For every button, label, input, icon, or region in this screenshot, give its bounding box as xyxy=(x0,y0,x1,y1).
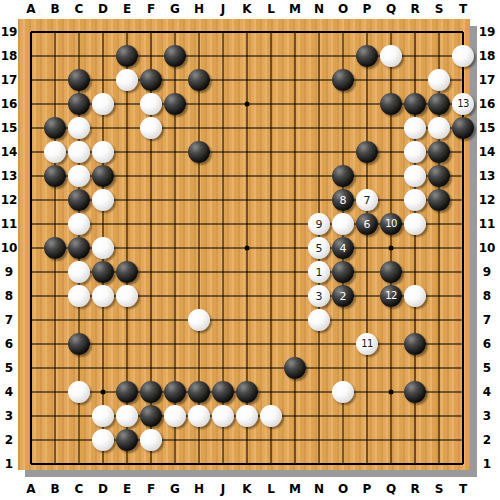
intersection-S3[interactable] xyxy=(427,404,451,428)
intersection-D13[interactable] xyxy=(91,164,115,188)
intersection-G15[interactable] xyxy=(163,116,187,140)
intersection-F12[interactable] xyxy=(139,188,163,212)
intersection-J15[interactable] xyxy=(211,116,235,140)
intersection-R14[interactable] xyxy=(403,140,427,164)
intersection-Q12[interactable] xyxy=(379,188,403,212)
intersection-N19[interactable] xyxy=(307,20,331,44)
intersection-C16[interactable] xyxy=(67,92,91,116)
intersection-Q2[interactable] xyxy=(379,428,403,452)
intersection-J13[interactable] xyxy=(211,164,235,188)
intersection-E18[interactable] xyxy=(115,44,139,68)
intersection-E4[interactable] xyxy=(115,380,139,404)
intersection-G12[interactable] xyxy=(163,188,187,212)
intersection-O7[interactable] xyxy=(331,308,355,332)
intersection-P10[interactable] xyxy=(355,236,379,260)
intersection-K2[interactable] xyxy=(235,428,259,452)
intersection-A4[interactable] xyxy=(19,380,43,404)
intersection-C18[interactable] xyxy=(67,44,91,68)
intersection-H8[interactable] xyxy=(187,284,211,308)
intersection-L6[interactable] xyxy=(259,332,283,356)
intersection-D18[interactable] xyxy=(91,44,115,68)
intersection-M2[interactable] xyxy=(283,428,307,452)
intersection-R18[interactable] xyxy=(403,44,427,68)
intersection-B18[interactable] xyxy=(43,44,67,68)
intersection-T8[interactable] xyxy=(451,284,475,308)
intersection-N13[interactable] xyxy=(307,164,331,188)
intersection-A14[interactable] xyxy=(19,140,43,164)
intersection-C5[interactable] xyxy=(67,356,91,380)
intersection-J18[interactable] xyxy=(211,44,235,68)
intersection-G9[interactable] xyxy=(163,260,187,284)
intersection-T3[interactable] xyxy=(451,404,475,428)
intersection-G8[interactable] xyxy=(163,284,187,308)
intersection-L16[interactable] xyxy=(259,92,283,116)
intersection-F9[interactable] xyxy=(139,260,163,284)
intersection-C2[interactable] xyxy=(67,428,91,452)
intersection-J2[interactable] xyxy=(211,428,235,452)
intersection-H9[interactable] xyxy=(187,260,211,284)
intersection-Q18[interactable] xyxy=(379,44,403,68)
intersection-H11[interactable] xyxy=(187,212,211,236)
intersection-A16[interactable] xyxy=(19,92,43,116)
intersection-K3[interactable] xyxy=(235,404,259,428)
intersection-O5[interactable] xyxy=(331,356,355,380)
intersection-M19[interactable] xyxy=(283,20,307,44)
intersection-R16[interactable] xyxy=(403,92,427,116)
intersection-F5[interactable] xyxy=(139,356,163,380)
intersection-K15[interactable] xyxy=(235,116,259,140)
intersection-Q3[interactable] xyxy=(379,404,403,428)
intersection-Q13[interactable] xyxy=(379,164,403,188)
intersection-B2[interactable] xyxy=(43,428,67,452)
intersection-E16[interactable] xyxy=(115,92,139,116)
intersection-T4[interactable] xyxy=(451,380,475,404)
intersection-B12[interactable] xyxy=(43,188,67,212)
intersection-B14[interactable] xyxy=(43,140,67,164)
intersection-B7[interactable] xyxy=(43,308,67,332)
intersection-Q5[interactable] xyxy=(379,356,403,380)
intersection-H7[interactable] xyxy=(187,308,211,332)
intersection-D3[interactable] xyxy=(91,404,115,428)
intersection-A9[interactable] xyxy=(19,260,43,284)
intersection-H17[interactable] xyxy=(187,68,211,92)
intersection-H13[interactable] xyxy=(187,164,211,188)
intersection-Q11[interactable]: 10 xyxy=(379,212,403,236)
intersection-O8[interactable]: 2 xyxy=(331,284,355,308)
intersection-S15[interactable] xyxy=(427,116,451,140)
intersection-D12[interactable] xyxy=(91,188,115,212)
intersection-N14[interactable] xyxy=(307,140,331,164)
intersection-P17[interactable] xyxy=(355,68,379,92)
intersection-S6[interactable] xyxy=(427,332,451,356)
intersection-N1[interactable] xyxy=(307,452,331,476)
intersection-N8[interactable]: 3 xyxy=(307,284,331,308)
intersection-F13[interactable] xyxy=(139,164,163,188)
intersection-C15[interactable] xyxy=(67,116,91,140)
intersection-R1[interactable] xyxy=(403,452,427,476)
intersection-C1[interactable] xyxy=(67,452,91,476)
intersection-F11[interactable] xyxy=(139,212,163,236)
intersection-Q15[interactable] xyxy=(379,116,403,140)
intersection-H15[interactable] xyxy=(187,116,211,140)
intersection-T7[interactable] xyxy=(451,308,475,332)
intersection-R2[interactable] xyxy=(403,428,427,452)
intersection-A8[interactable] xyxy=(19,284,43,308)
intersection-O1[interactable] xyxy=(331,452,355,476)
intersection-J12[interactable] xyxy=(211,188,235,212)
intersection-N5[interactable] xyxy=(307,356,331,380)
intersection-D16[interactable] xyxy=(91,92,115,116)
intersection-R19[interactable] xyxy=(403,20,427,44)
intersection-C3[interactable] xyxy=(67,404,91,428)
intersection-K12[interactable] xyxy=(235,188,259,212)
intersection-L2[interactable] xyxy=(259,428,283,452)
intersection-S12[interactable] xyxy=(427,188,451,212)
intersection-J9[interactable] xyxy=(211,260,235,284)
intersection-E7[interactable] xyxy=(115,308,139,332)
intersection-S8[interactable] xyxy=(427,284,451,308)
intersection-C19[interactable] xyxy=(67,20,91,44)
intersection-G13[interactable] xyxy=(163,164,187,188)
intersection-K11[interactable] xyxy=(235,212,259,236)
intersection-N3[interactable] xyxy=(307,404,331,428)
intersection-P7[interactable] xyxy=(355,308,379,332)
intersection-E19[interactable] xyxy=(115,20,139,44)
intersection-C17[interactable] xyxy=(67,68,91,92)
intersection-O3[interactable] xyxy=(331,404,355,428)
intersection-J6[interactable] xyxy=(211,332,235,356)
intersection-F2[interactable] xyxy=(139,428,163,452)
intersection-F3[interactable] xyxy=(139,404,163,428)
intersection-E9[interactable] xyxy=(115,260,139,284)
intersection-Q10[interactable] xyxy=(379,236,403,260)
intersection-T12[interactable] xyxy=(451,188,475,212)
intersection-A10[interactable] xyxy=(19,236,43,260)
intersection-A12[interactable] xyxy=(19,188,43,212)
intersection-P12[interactable]: 7 xyxy=(355,188,379,212)
intersection-N7[interactable] xyxy=(307,308,331,332)
intersection-E13[interactable] xyxy=(115,164,139,188)
intersection-A5[interactable] xyxy=(19,356,43,380)
intersection-E6[interactable] xyxy=(115,332,139,356)
intersection-E10[interactable] xyxy=(115,236,139,260)
intersection-P15[interactable] xyxy=(355,116,379,140)
intersection-H6[interactable] xyxy=(187,332,211,356)
intersection-A17[interactable] xyxy=(19,68,43,92)
intersection-B8[interactable] xyxy=(43,284,67,308)
intersection-F18[interactable] xyxy=(139,44,163,68)
intersection-J16[interactable] xyxy=(211,92,235,116)
intersection-N4[interactable] xyxy=(307,380,331,404)
intersection-P11[interactable]: 6 xyxy=(355,212,379,236)
intersection-F16[interactable] xyxy=(139,92,163,116)
intersection-O4[interactable] xyxy=(331,380,355,404)
intersection-E15[interactable] xyxy=(115,116,139,140)
intersection-K19[interactable] xyxy=(235,20,259,44)
intersection-M18[interactable] xyxy=(283,44,307,68)
intersection-M15[interactable] xyxy=(283,116,307,140)
intersection-E5[interactable] xyxy=(115,356,139,380)
intersection-L5[interactable] xyxy=(259,356,283,380)
intersection-G3[interactable] xyxy=(163,404,187,428)
intersection-C13[interactable] xyxy=(67,164,91,188)
intersection-S7[interactable] xyxy=(427,308,451,332)
intersection-S16[interactable] xyxy=(427,92,451,116)
intersection-N17[interactable] xyxy=(307,68,331,92)
intersection-L4[interactable] xyxy=(259,380,283,404)
intersection-T13[interactable] xyxy=(451,164,475,188)
intersection-M11[interactable] xyxy=(283,212,307,236)
intersection-L7[interactable] xyxy=(259,308,283,332)
intersection-M16[interactable] xyxy=(283,92,307,116)
intersection-H1[interactable] xyxy=(187,452,211,476)
intersection-P3[interactable] xyxy=(355,404,379,428)
intersection-Q14[interactable] xyxy=(379,140,403,164)
intersection-E8[interactable] xyxy=(115,284,139,308)
intersection-B19[interactable] xyxy=(43,20,67,44)
intersection-F14[interactable] xyxy=(139,140,163,164)
intersection-R11[interactable] xyxy=(403,212,427,236)
intersection-O17[interactable] xyxy=(331,68,355,92)
intersection-H14[interactable] xyxy=(187,140,211,164)
intersection-E11[interactable] xyxy=(115,212,139,236)
intersection-Q19[interactable] xyxy=(379,20,403,44)
intersection-A7[interactable] xyxy=(19,308,43,332)
intersection-Q8[interactable]: 12 xyxy=(379,284,403,308)
intersection-L9[interactable] xyxy=(259,260,283,284)
intersection-D14[interactable] xyxy=(91,140,115,164)
intersection-P18[interactable] xyxy=(355,44,379,68)
intersection-F17[interactable] xyxy=(139,68,163,92)
intersection-N12[interactable] xyxy=(307,188,331,212)
intersection-J19[interactable] xyxy=(211,20,235,44)
intersection-S9[interactable] xyxy=(427,260,451,284)
intersection-E17[interactable] xyxy=(115,68,139,92)
intersection-J10[interactable] xyxy=(211,236,235,260)
intersection-D10[interactable] xyxy=(91,236,115,260)
intersection-K1[interactable] xyxy=(235,452,259,476)
intersection-N16[interactable] xyxy=(307,92,331,116)
intersection-A3[interactable] xyxy=(19,404,43,428)
intersection-N6[interactable] xyxy=(307,332,331,356)
intersection-A6[interactable] xyxy=(19,332,43,356)
intersection-H4[interactable] xyxy=(187,380,211,404)
intersection-P16[interactable] xyxy=(355,92,379,116)
intersection-E12[interactable] xyxy=(115,188,139,212)
intersection-N18[interactable] xyxy=(307,44,331,68)
intersection-P19[interactable] xyxy=(355,20,379,44)
intersection-P5[interactable] xyxy=(355,356,379,380)
intersection-S17[interactable] xyxy=(427,68,451,92)
intersection-M12[interactable] xyxy=(283,188,307,212)
intersection-L11[interactable] xyxy=(259,212,283,236)
intersection-M1[interactable] xyxy=(283,452,307,476)
intersection-G1[interactable] xyxy=(163,452,187,476)
intersection-L18[interactable] xyxy=(259,44,283,68)
intersection-R5[interactable] xyxy=(403,356,427,380)
intersection-O19[interactable] xyxy=(331,20,355,44)
intersection-L15[interactable] xyxy=(259,116,283,140)
intersection-S18[interactable] xyxy=(427,44,451,68)
intersection-O10[interactable]: 4 xyxy=(331,236,355,260)
intersection-D7[interactable] xyxy=(91,308,115,332)
intersection-B6[interactable] xyxy=(43,332,67,356)
intersection-O6[interactable] xyxy=(331,332,355,356)
intersection-S19[interactable] xyxy=(427,20,451,44)
intersection-S4[interactable] xyxy=(427,380,451,404)
intersection-R15[interactable] xyxy=(403,116,427,140)
intersection-Q16[interactable] xyxy=(379,92,403,116)
intersection-M7[interactable] xyxy=(283,308,307,332)
intersection-T1[interactable] xyxy=(451,452,475,476)
intersection-G11[interactable] xyxy=(163,212,187,236)
intersection-C8[interactable] xyxy=(67,284,91,308)
intersection-Q4[interactable] xyxy=(379,380,403,404)
intersection-R8[interactable] xyxy=(403,284,427,308)
intersection-G5[interactable] xyxy=(163,356,187,380)
intersection-R9[interactable] xyxy=(403,260,427,284)
intersection-G14[interactable] xyxy=(163,140,187,164)
intersection-C11[interactable] xyxy=(67,212,91,236)
intersection-B1[interactable] xyxy=(43,452,67,476)
intersection-R13[interactable] xyxy=(403,164,427,188)
intersection-H19[interactable] xyxy=(187,20,211,44)
intersection-C10[interactable] xyxy=(67,236,91,260)
intersection-H12[interactable] xyxy=(187,188,211,212)
intersection-H18[interactable] xyxy=(187,44,211,68)
intersection-P9[interactable] xyxy=(355,260,379,284)
intersection-P6[interactable]: 11 xyxy=(355,332,379,356)
intersection-B3[interactable] xyxy=(43,404,67,428)
intersection-O15[interactable] xyxy=(331,116,355,140)
intersection-L17[interactable] xyxy=(259,68,283,92)
intersection-G7[interactable] xyxy=(163,308,187,332)
intersection-H5[interactable] xyxy=(187,356,211,380)
intersection-L13[interactable] xyxy=(259,164,283,188)
intersection-O11[interactable] xyxy=(331,212,355,236)
intersection-K6[interactable] xyxy=(235,332,259,356)
intersection-T5[interactable] xyxy=(451,356,475,380)
intersection-L3[interactable] xyxy=(259,404,283,428)
intersection-R12[interactable] xyxy=(403,188,427,212)
intersection-F15[interactable] xyxy=(139,116,163,140)
intersection-G17[interactable] xyxy=(163,68,187,92)
intersection-M5[interactable] xyxy=(283,356,307,380)
intersection-M3[interactable] xyxy=(283,404,307,428)
intersection-K13[interactable] xyxy=(235,164,259,188)
intersection-A19[interactable] xyxy=(19,20,43,44)
intersection-B11[interactable] xyxy=(43,212,67,236)
intersection-T6[interactable] xyxy=(451,332,475,356)
intersection-B16[interactable] xyxy=(43,92,67,116)
intersection-P14[interactable] xyxy=(355,140,379,164)
intersection-A13[interactable] xyxy=(19,164,43,188)
intersection-B4[interactable] xyxy=(43,380,67,404)
intersection-F19[interactable] xyxy=(139,20,163,44)
intersection-A18[interactable] xyxy=(19,44,43,68)
intersection-H10[interactable] xyxy=(187,236,211,260)
intersection-C4[interactable] xyxy=(67,380,91,404)
intersection-Q6[interactable] xyxy=(379,332,403,356)
intersection-R3[interactable] xyxy=(403,404,427,428)
intersection-C9[interactable] xyxy=(67,260,91,284)
intersection-M14[interactable] xyxy=(283,140,307,164)
intersection-L19[interactable] xyxy=(259,20,283,44)
intersection-P4[interactable] xyxy=(355,380,379,404)
intersection-G10[interactable] xyxy=(163,236,187,260)
intersection-T9[interactable] xyxy=(451,260,475,284)
intersection-E1[interactable] xyxy=(115,452,139,476)
intersection-S5[interactable] xyxy=(427,356,451,380)
intersection-J14[interactable] xyxy=(211,140,235,164)
intersection-N10[interactable]: 5 xyxy=(307,236,331,260)
intersection-N15[interactable] xyxy=(307,116,331,140)
intersection-Q17[interactable] xyxy=(379,68,403,92)
intersection-A11[interactable] xyxy=(19,212,43,236)
intersection-H2[interactable] xyxy=(187,428,211,452)
intersection-H3[interactable] xyxy=(187,404,211,428)
intersection-M4[interactable] xyxy=(283,380,307,404)
intersection-R4[interactable] xyxy=(403,380,427,404)
intersection-D2[interactable] xyxy=(91,428,115,452)
intersection-C6[interactable] xyxy=(67,332,91,356)
intersection-J4[interactable] xyxy=(211,380,235,404)
intersection-J3[interactable] xyxy=(211,404,235,428)
intersection-K10[interactable] xyxy=(235,236,259,260)
intersection-M8[interactable] xyxy=(283,284,307,308)
intersection-K7[interactable] xyxy=(235,308,259,332)
intersection-T19[interactable] xyxy=(451,20,475,44)
intersection-J5[interactable] xyxy=(211,356,235,380)
intersection-C12[interactable] xyxy=(67,188,91,212)
intersection-A2[interactable] xyxy=(19,428,43,452)
intersection-D19[interactable] xyxy=(91,20,115,44)
intersection-O13[interactable] xyxy=(331,164,355,188)
intersection-B13[interactable] xyxy=(43,164,67,188)
intersection-O16[interactable] xyxy=(331,92,355,116)
intersection-D8[interactable] xyxy=(91,284,115,308)
intersection-A15[interactable] xyxy=(19,116,43,140)
intersection-N2[interactable] xyxy=(307,428,331,452)
intersection-O2[interactable] xyxy=(331,428,355,452)
intersection-L1[interactable] xyxy=(259,452,283,476)
intersection-T18[interactable] xyxy=(451,44,475,68)
intersection-L8[interactable] xyxy=(259,284,283,308)
intersection-P1[interactable] xyxy=(355,452,379,476)
intersection-B5[interactable] xyxy=(43,356,67,380)
intersection-R10[interactable] xyxy=(403,236,427,260)
intersection-T10[interactable] xyxy=(451,236,475,260)
intersection-O14[interactable] xyxy=(331,140,355,164)
intersection-L14[interactable] xyxy=(259,140,283,164)
intersection-G2[interactable] xyxy=(163,428,187,452)
intersection-M6[interactable] xyxy=(283,332,307,356)
intersection-M10[interactable] xyxy=(283,236,307,260)
intersection-R17[interactable] xyxy=(403,68,427,92)
intersection-K5[interactable] xyxy=(235,356,259,380)
intersection-M17[interactable] xyxy=(283,68,307,92)
intersection-T16[interactable]: 13 xyxy=(451,92,475,116)
intersection-D4[interactable] xyxy=(91,380,115,404)
intersection-P8[interactable] xyxy=(355,284,379,308)
intersection-J8[interactable] xyxy=(211,284,235,308)
intersection-O18[interactable] xyxy=(331,44,355,68)
intersection-R6[interactable] xyxy=(403,332,427,356)
intersection-N11[interactable]: 9 xyxy=(307,212,331,236)
intersection-R7[interactable] xyxy=(403,308,427,332)
intersection-S1[interactable] xyxy=(427,452,451,476)
intersection-S11[interactable] xyxy=(427,212,451,236)
